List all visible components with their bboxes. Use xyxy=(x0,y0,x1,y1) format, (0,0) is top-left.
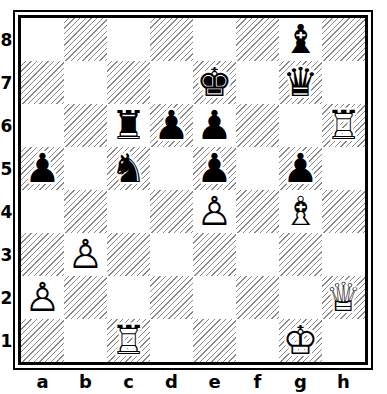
black-king-icon[interactable]: ♚ xyxy=(197,61,233,104)
black-pawn-icon[interactable]: ♟ xyxy=(25,147,61,190)
square-d4[interactable] xyxy=(150,190,193,233)
square-f3[interactable] xyxy=(236,233,279,276)
square-g2[interactable] xyxy=(279,276,322,319)
square-g5[interactable]: ♟ xyxy=(279,147,322,190)
square-h6[interactable]: ♖ xyxy=(322,104,365,147)
white-rook-icon[interactable]: ♖ xyxy=(326,104,362,147)
square-g8[interactable]: ♝ xyxy=(279,18,322,61)
square-g1[interactable]: ♔ xyxy=(279,319,322,362)
file-label-g: g xyxy=(279,368,322,394)
square-d3[interactable] xyxy=(150,233,193,276)
square-d5[interactable] xyxy=(150,147,193,190)
black-bishop-icon[interactable]: ♝ xyxy=(283,18,319,61)
square-a7[interactable] xyxy=(21,61,64,104)
square-h7[interactable] xyxy=(322,61,365,104)
square-c1[interactable]: ♖ xyxy=(107,319,150,362)
square-b5[interactable] xyxy=(64,147,107,190)
square-a2[interactable]: ♙ xyxy=(21,276,64,319)
black-pawn-icon[interactable]: ♟ xyxy=(154,104,190,147)
file-label-f: f xyxy=(236,368,279,394)
rank-label-5: 5 xyxy=(0,147,13,190)
rank-label-4: 4 xyxy=(0,190,13,233)
square-a1[interactable] xyxy=(21,319,64,362)
square-f7[interactable] xyxy=(236,61,279,104)
square-f5[interactable] xyxy=(236,147,279,190)
white-pawn-icon[interactable]: ♙ xyxy=(197,190,233,233)
square-d6[interactable]: ♟ xyxy=(150,104,193,147)
chess-diagram: 87654321 ♝♚♛♜♟♟♖♟♞♟♟♙♗♙♙♕♖♔ abcdefgh xyxy=(0,0,387,394)
black-knight-icon[interactable]: ♞ xyxy=(111,147,147,190)
square-c8[interactable] xyxy=(107,18,150,61)
square-d7[interactable] xyxy=(150,61,193,104)
square-f1[interactable] xyxy=(236,319,279,362)
white-pawn-icon[interactable]: ♙ xyxy=(68,233,104,276)
square-c4[interactable] xyxy=(107,190,150,233)
black-rook-icon[interactable]: ♜ xyxy=(111,104,147,147)
black-pawn-icon[interactable]: ♟ xyxy=(283,147,319,190)
square-a5[interactable]: ♟ xyxy=(21,147,64,190)
square-f8[interactable] xyxy=(236,18,279,61)
square-c6[interactable]: ♜ xyxy=(107,104,150,147)
square-h4[interactable] xyxy=(322,190,365,233)
square-b6[interactable] xyxy=(64,104,107,147)
file-label-h: h xyxy=(322,368,365,394)
square-a6[interactable] xyxy=(21,104,64,147)
square-h1[interactable] xyxy=(322,319,365,362)
square-e5[interactable]: ♟ xyxy=(193,147,236,190)
square-a8[interactable] xyxy=(21,18,64,61)
square-h3[interactable] xyxy=(322,233,365,276)
rank-label-7: 7 xyxy=(0,61,13,104)
white-queen-icon[interactable]: ♕ xyxy=(326,276,362,319)
square-b3[interactable]: ♙ xyxy=(64,233,107,276)
board-grid: ♝♚♛♜♟♟♖♟♞♟♟♙♗♙♙♕♖♔ xyxy=(21,18,365,362)
white-bishop-icon[interactable]: ♗ xyxy=(283,190,319,233)
square-f2[interactable] xyxy=(236,276,279,319)
rank-label-1: 1 xyxy=(0,319,13,362)
file-label-a: a xyxy=(21,368,64,394)
square-c5[interactable]: ♞ xyxy=(107,147,150,190)
rank-label-2: 2 xyxy=(0,276,13,319)
square-b7[interactable] xyxy=(64,61,107,104)
rank-labels: 87654321 xyxy=(0,18,13,362)
square-b4[interactable] xyxy=(64,190,107,233)
square-d2[interactable] xyxy=(150,276,193,319)
file-label-d: d xyxy=(150,368,193,394)
square-e7[interactable]: ♚ xyxy=(193,61,236,104)
square-b8[interactable] xyxy=(64,18,107,61)
square-a3[interactable] xyxy=(21,233,64,276)
board-frame: ♝♚♛♜♟♟♖♟♞♟♟♙♗♙♙♕♖♔ xyxy=(13,10,373,370)
square-e1[interactable] xyxy=(193,319,236,362)
square-f4[interactable] xyxy=(236,190,279,233)
white-king-icon[interactable]: ♔ xyxy=(283,319,319,362)
white-rook-icon[interactable]: ♖ xyxy=(111,319,147,362)
square-e2[interactable] xyxy=(193,276,236,319)
square-h8[interactable] xyxy=(322,18,365,61)
file-label-b: b xyxy=(64,368,107,394)
square-f6[interactable] xyxy=(236,104,279,147)
square-h5[interactable] xyxy=(322,147,365,190)
square-e3[interactable] xyxy=(193,233,236,276)
file-labels: abcdefgh xyxy=(21,368,365,394)
square-d1[interactable] xyxy=(150,319,193,362)
board-inner-border: ♝♚♛♜♟♟♖♟♞♟♟♙♗♙♙♕♖♔ xyxy=(18,15,368,365)
square-e8[interactable] xyxy=(193,18,236,61)
square-c3[interactable] xyxy=(107,233,150,276)
square-g7[interactable]: ♛ xyxy=(279,61,322,104)
white-pawn-icon[interactable]: ♙ xyxy=(25,276,61,319)
black-queen-icon[interactable]: ♛ xyxy=(283,61,319,104)
black-pawn-icon[interactable]: ♟ xyxy=(197,147,233,190)
square-b2[interactable] xyxy=(64,276,107,319)
rank-label-3: 3 xyxy=(0,233,13,276)
square-d8[interactable] xyxy=(150,18,193,61)
square-e4[interactable]: ♙ xyxy=(193,190,236,233)
square-e6[interactable]: ♟ xyxy=(193,104,236,147)
rank-label-6: 6 xyxy=(0,104,13,147)
file-label-e: e xyxy=(193,368,236,394)
square-g6[interactable] xyxy=(279,104,322,147)
square-a4[interactable] xyxy=(21,190,64,233)
square-b1[interactable] xyxy=(64,319,107,362)
square-h2[interactable]: ♕ xyxy=(322,276,365,319)
black-pawn-icon[interactable]: ♟ xyxy=(197,104,233,147)
square-c2[interactable] xyxy=(107,276,150,319)
square-g4[interactable]: ♗ xyxy=(279,190,322,233)
rank-label-8: 8 xyxy=(0,18,13,61)
square-c7[interactable] xyxy=(107,61,150,104)
square-g3[interactable] xyxy=(279,233,322,276)
file-label-c: c xyxy=(107,368,150,394)
